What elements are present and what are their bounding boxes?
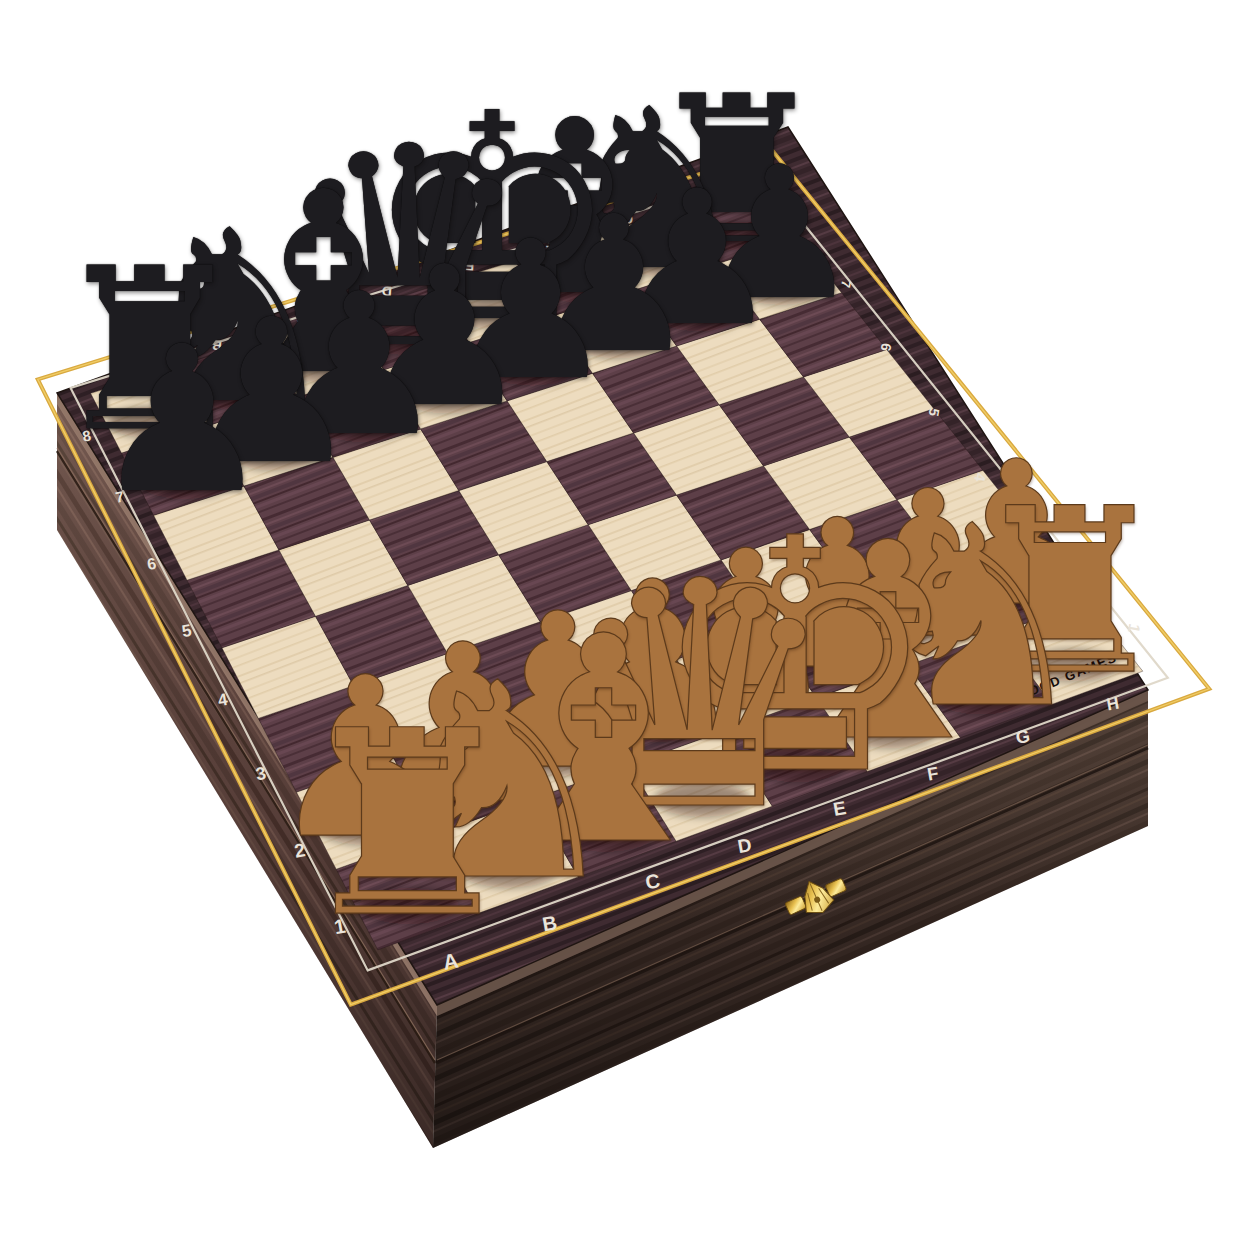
white-rook-a1[interactable]: ♜ xyxy=(280,697,535,952)
black-pawn-a7[interactable]: ♟ xyxy=(81,319,283,521)
chess-photo-stage: 87654321ABCDEFGHABCDEFGH87654321 WOOD GA… xyxy=(0,0,1250,1250)
